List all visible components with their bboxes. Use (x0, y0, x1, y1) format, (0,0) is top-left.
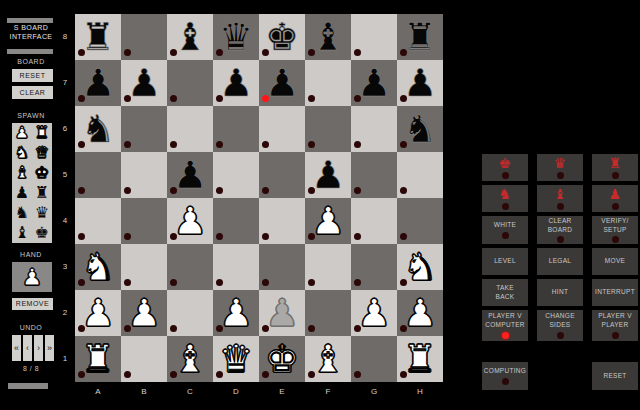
square-d1[interactable]: ♛ (213, 336, 259, 382)
file-label-d: D (213, 386, 259, 398)
undo-counter: 8 / 8 (5, 365, 57, 372)
spawn-palette: ♟♜♞♛♝♚♟♜♞♛♝♚ (12, 123, 52, 243)
button-change-sides[interactable]: CHANGE SIDES (537, 310, 583, 341)
button-white[interactable]: WHITE (482, 216, 528, 244)
led-indicator (612, 172, 619, 179)
file-label-g: G (351, 386, 397, 398)
square-c7[interactable] (167, 60, 213, 106)
button-clear-board[interactable]: CLEAR BOARD (537, 216, 583, 244)
piece-white-pawn[interactable]: ♟ (265, 294, 299, 332)
rank-label-7: 7 (57, 60, 73, 106)
piece-black-bishop[interactable]: ♝ (173, 18, 207, 56)
rank-label-4: 4 (57, 198, 73, 244)
button-label: RESET (603, 372, 626, 381)
square-led (262, 233, 269, 240)
undo-back-button[interactable]: ‹ (23, 335, 32, 361)
square-led (216, 187, 223, 194)
button-take-back[interactable]: TAKE BACK (482, 279, 528, 306)
rook-icon: ♜ (609, 156, 622, 170)
spawn-section-label: SPAWN (5, 112, 57, 119)
divider-bar (7, 18, 53, 23)
square-led (216, 233, 223, 240)
clear-board-sidebar-button[interactable]: CLEAR (12, 86, 53, 99)
square-a8[interactable]: ♜ (75, 14, 121, 60)
piece-black-rook[interactable]: ♜ (81, 18, 115, 56)
square-b2[interactable]: ♟ (121, 290, 167, 336)
spawn-piece-black-queen[interactable]: ♛ (32, 203, 52, 223)
divider-bar (7, 49, 53, 54)
led-indicator (557, 236, 564, 243)
square-e8[interactable]: ♚ (259, 14, 305, 60)
app-title: S BOARD INTERFACE (5, 24, 57, 42)
square-led (124, 187, 131, 194)
square-h1[interactable]: ♜ (397, 336, 443, 382)
hand-box[interactable]: ♟ (12, 262, 52, 292)
square-d2[interactable]: ♟ (213, 290, 259, 336)
square-c6[interactable] (167, 106, 213, 152)
control-panel: ♚♛♜♞♝♟WHITECLEAR BOARDVERIFY/ SETUPLEVEL… (482, 154, 638, 390)
square-g3[interactable] (351, 244, 397, 290)
rank-labels: 87654321 (57, 14, 73, 382)
button-verify-setup[interactable]: VERIFY/ SETUP (592, 216, 638, 244)
spawn-piece-black-bishop[interactable]: ♝ (12, 223, 32, 243)
square-led (170, 279, 177, 286)
button-computing[interactable]: COMPUTING (482, 362, 528, 390)
piece-black-pawn[interactable]: ♟ (173, 156, 207, 194)
square-c1[interactable]: ♝ (167, 336, 213, 382)
square-c4[interactable]: ♟ (167, 198, 213, 244)
file-label-c: C (167, 386, 213, 398)
led-indicator (557, 332, 564, 339)
square-c2[interactable] (167, 290, 213, 336)
spawn-piece-black-knight[interactable]: ♞ (12, 203, 32, 223)
square-led (354, 279, 361, 286)
led-indicator (612, 236, 619, 243)
square-led (354, 49, 361, 56)
led-indicator (557, 203, 564, 210)
piece-black-pawn[interactable]: ♟ (403, 64, 437, 102)
square-a2[interactable]: ♟ (75, 290, 121, 336)
square-f1[interactable]: ♝ (305, 336, 351, 382)
square-led (354, 187, 361, 194)
square-led (124, 233, 131, 240)
button-label: INTERRUPT (595, 288, 635, 297)
button-move[interactable]: MOVE (592, 248, 638, 275)
square-led (400, 233, 407, 240)
square-led (262, 279, 269, 286)
button-legal[interactable]: LEGAL (537, 248, 583, 275)
knight-icon: ♞ (499, 187, 512, 201)
square-led (354, 141, 361, 148)
file-label-a: A (75, 386, 121, 398)
square-e2[interactable]: ♟ (259, 290, 305, 336)
piece-black-pawn[interactable]: ♟ (311, 156, 345, 194)
square-h6[interactable]: ♞ (397, 106, 443, 152)
square-led (124, 141, 131, 148)
square-e7[interactable]: ♟ (259, 60, 305, 106)
piece-black-knight[interactable]: ♞ (403, 110, 437, 148)
square-f3[interactable] (305, 244, 351, 290)
led-indicator (612, 203, 619, 210)
button-piece-queen[interactable]: ♛ (537, 154, 583, 181)
square-f6[interactable] (305, 106, 351, 152)
square-led (216, 141, 223, 148)
square-led (78, 187, 85, 194)
piece-black-pawn[interactable]: ♟ (81, 64, 115, 102)
square-d8[interactable]: ♛ (213, 14, 259, 60)
button-label: WHITE (494, 221, 516, 230)
spawn-piece-white-rook[interactable]: ♜ (32, 123, 52, 143)
square-led (308, 95, 315, 102)
led-indicator (502, 172, 509, 179)
button-level[interactable]: LEVEL (482, 248, 528, 275)
square-e1[interactable]: ♚ (259, 336, 305, 382)
button-label: COMPUTING (484, 367, 526, 376)
piece-black-pawn[interactable]: ♟ (265, 64, 299, 102)
square-a3[interactable]: ♞ (75, 244, 121, 290)
button-label: CLEAR BOARD (548, 217, 573, 235)
spawn-piece-white-king[interactable]: ♚ (32, 163, 52, 183)
square-led (216, 279, 223, 286)
square-f7[interactable] (305, 60, 351, 106)
square-g8[interactable] (351, 14, 397, 60)
square-led (354, 371, 361, 378)
file-label-f: F (305, 386, 351, 398)
button-piece-king[interactable]: ♚ (482, 154, 528, 181)
square-led (124, 279, 131, 286)
square-g4[interactable] (351, 198, 397, 244)
piece-white-knight[interactable]: ♞ (81, 248, 115, 286)
piece-white-king[interactable]: ♚ (265, 340, 299, 378)
square-f8[interactable]: ♝ (305, 14, 351, 60)
spawn-piece-white-queen[interactable]: ♛ (32, 143, 52, 163)
bishop-icon: ♝ (554, 187, 567, 201)
square-g7[interactable]: ♟ (351, 60, 397, 106)
rank-label-1: 1 (57, 336, 73, 382)
spawn-piece-black-king[interactable]: ♚ (32, 223, 52, 243)
led-indicator (502, 232, 509, 239)
piece-white-pawn[interactable]: ♟ (81, 294, 115, 332)
piece-white-pawn[interactable]: ♟ (173, 202, 207, 240)
piece-white-pawn[interactable]: ♟ (127, 294, 161, 332)
square-a5[interactable] (75, 152, 121, 198)
led-indicator (502, 203, 509, 210)
square-h8[interactable]: ♜ (397, 14, 443, 60)
queen-icon: ♛ (554, 156, 567, 170)
button-player-v-computer[interactable]: PLAYER V COMPUTER (482, 310, 528, 341)
square-b5[interactable] (121, 152, 167, 198)
square-led (124, 371, 131, 378)
square-led (354, 233, 361, 240)
hand-section-label: HAND (5, 251, 57, 258)
square-d6[interactable] (213, 106, 259, 152)
piece-white-queen[interactable]: ♛ (219, 340, 253, 378)
square-g2[interactable]: ♟ (351, 290, 397, 336)
button-label: PLAYER V COMPUTER (485, 312, 525, 330)
led-indicator (557, 172, 564, 179)
piece-white-bishop[interactable]: ♝ (311, 340, 345, 378)
led-indicator (612, 332, 619, 339)
piece-white-knight[interactable]: ♞ (403, 248, 437, 286)
piece-black-rook[interactable]: ♜ (403, 18, 437, 56)
square-led (400, 187, 407, 194)
square-a4[interactable] (75, 198, 121, 244)
rank-label-5: 5 (57, 152, 73, 198)
button-piece-pawn[interactable]: ♟ (592, 185, 638, 212)
piece-black-queen[interactable]: ♛ (219, 18, 253, 56)
square-led (308, 279, 315, 286)
spawn-piece-black-pawn[interactable]: ♟ (12, 183, 32, 203)
piece-black-pawn[interactable]: ♟ (127, 64, 161, 102)
button-hint[interactable]: HINT (537, 279, 583, 306)
square-e3[interactable] (259, 244, 305, 290)
square-a6[interactable]: ♞ (75, 106, 121, 152)
piece-black-pawn[interactable]: ♟ (357, 64, 391, 102)
button-label: PLAYER V PLAYER (598, 312, 632, 330)
board-section-label: BOARD (5, 58, 57, 65)
chess-board: ♜♝♛♚♝♜♟♟♟♟♟♟♞♞♟♟♟♟♞♞♟♟♟♟♟♟♜♝♛♚♝♜ (75, 14, 443, 382)
square-h3[interactable]: ♞ (397, 244, 443, 290)
piece-black-knight[interactable]: ♞ (81, 110, 115, 148)
file-label-b: B (121, 386, 167, 398)
square-f5[interactable]: ♟ (305, 152, 351, 198)
square-g5[interactable] (351, 152, 397, 198)
left-sidebar: S BOARD INTERFACE BOARD RESET CLEAR SPAW… (5, 0, 60, 410)
square-a7[interactable]: ♟ (75, 60, 121, 106)
button-label: CHANGE SIDES (545, 312, 575, 330)
rank-label-2: 2 (57, 290, 73, 336)
piece-white-pawn[interactable]: ♟ (357, 294, 391, 332)
square-b6[interactable] (121, 106, 167, 152)
square-led (124, 49, 131, 56)
square-f4[interactable]: ♟ (305, 198, 351, 244)
button-label: LEVEL (494, 257, 516, 266)
undo-forward-button[interactable]: › (34, 335, 43, 361)
square-led (170, 325, 177, 332)
square-h4[interactable] (397, 198, 443, 244)
button-interrupt[interactable]: INTERRUPT (592, 279, 638, 306)
button-label: MOVE (605, 257, 625, 266)
square-b3[interactable] (121, 244, 167, 290)
square-c3[interactable] (167, 244, 213, 290)
button-label: LEGAL (549, 257, 571, 266)
square-d4[interactable] (213, 198, 259, 244)
piece-white-rook[interactable]: ♜ (403, 340, 437, 378)
file-label-e: E (259, 386, 305, 398)
square-g1[interactable] (351, 336, 397, 382)
button-label: HINT (552, 288, 568, 297)
square-e4[interactable] (259, 198, 305, 244)
button-label: TAKE BACK (496, 284, 515, 302)
square-g6[interactable] (351, 106, 397, 152)
spawn-piece-white-pawn[interactable]: ♟ (12, 123, 32, 143)
piece-black-king[interactable]: ♚ (265, 18, 299, 56)
square-led (262, 141, 269, 148)
square-b8[interactable] (121, 14, 167, 60)
button-piece-rook[interactable]: ♜ (592, 154, 638, 181)
piece-white-rook[interactable]: ♜ (81, 340, 115, 378)
square-c5[interactable]: ♟ (167, 152, 213, 198)
led-indicator (502, 378, 509, 385)
spawn-piece-white-knight[interactable]: ♞ (12, 143, 32, 163)
square-d3[interactable] (213, 244, 259, 290)
divider-bar (8, 383, 48, 389)
square-d5[interactable] (213, 152, 259, 198)
square-h5[interactable] (397, 152, 443, 198)
square-led (262, 187, 269, 194)
square-b4[interactable] (121, 198, 167, 244)
undo-forward-all-button[interactable]: » (45, 335, 54, 361)
square-e6[interactable] (259, 106, 305, 152)
button-piece-knight[interactable]: ♞ (482, 185, 528, 212)
piece-black-bishop[interactable]: ♝ (311, 18, 345, 56)
remove-button[interactable]: REMOVE (12, 298, 53, 310)
square-h7[interactable]: ♟ (397, 60, 443, 106)
piece-white-pawn[interactable]: ♟ (311, 202, 345, 240)
led-indicator (502, 332, 509, 339)
pawn-icon: ♟ (609, 187, 622, 201)
square-led (308, 141, 315, 148)
rank-label-8: 8 (57, 14, 73, 60)
reset-board-button[interactable]: RESET (12, 69, 53, 82)
button-piece-bishop[interactable]: ♝ (537, 185, 583, 212)
piece-white-pawn[interactable]: ♟ (219, 294, 253, 332)
piece-white-bishop[interactable]: ♝ (173, 340, 207, 378)
square-f2[interactable] (305, 290, 351, 336)
square-b7[interactable]: ♟ (121, 60, 167, 106)
square-led (170, 95, 177, 102)
file-label-h: H (397, 386, 443, 398)
piece-black-pawn[interactable]: ♟ (219, 64, 253, 102)
button-reset[interactable]: RESET (592, 362, 638, 390)
square-a1[interactable]: ♜ (75, 336, 121, 382)
square-e5[interactable] (259, 152, 305, 198)
square-b1[interactable] (121, 336, 167, 382)
square-d7[interactable]: ♟ (213, 60, 259, 106)
square-led (78, 233, 85, 240)
king-icon: ♚ (499, 156, 512, 170)
piece-white-pawn[interactable]: ♟ (403, 294, 437, 332)
undo-section-label: UNDO (5, 324, 57, 331)
square-led (308, 325, 315, 332)
rank-label-6: 6 (57, 106, 73, 152)
square-c8[interactable]: ♝ (167, 14, 213, 60)
button-player-v-player[interactable]: PLAYER V PLAYER (592, 310, 638, 341)
file-labels: ABCDEFGH (75, 386, 443, 398)
spawn-piece-black-rook[interactable]: ♜ (32, 183, 52, 203)
square-h2[interactable]: ♟ (397, 290, 443, 336)
hand-piece-white-pawn: ♟ (22, 262, 43, 292)
undo-rewind-all-button[interactable]: « (12, 335, 21, 361)
square-led (170, 141, 177, 148)
undo-controls: «‹›» (12, 335, 54, 361)
spawn-piece-white-bishop[interactable]: ♝ (12, 163, 32, 183)
rank-label-3: 3 (57, 244, 73, 290)
button-label: VERIFY/ SETUP (601, 217, 628, 235)
